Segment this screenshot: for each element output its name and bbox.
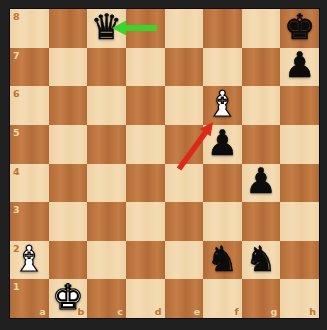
square-g1[interactable]: g xyxy=(242,279,281,318)
square-b2[interactable] xyxy=(49,241,88,280)
black-pawn[interactable]: ♟ xyxy=(284,48,315,83)
square-e7[interactable] xyxy=(165,48,204,87)
square-g7[interactable] xyxy=(242,48,281,87)
square-g2[interactable]: ♞ xyxy=(242,241,281,280)
square-f7[interactable] xyxy=(203,48,242,87)
square-d4[interactable] xyxy=(126,164,165,203)
square-h7[interactable]: ♟ xyxy=(280,48,319,87)
rank-label-8: 8 xyxy=(13,11,20,22)
rank-label-4: 4 xyxy=(13,166,20,177)
rank-label-7: 7 xyxy=(13,50,20,61)
square-e4[interactable] xyxy=(165,164,204,203)
square-e3[interactable] xyxy=(165,202,204,241)
square-a6[interactable]: 6 xyxy=(10,86,49,125)
square-e2[interactable] xyxy=(165,241,204,280)
file-label-h: h xyxy=(309,306,316,317)
square-b1[interactable]: b♚ xyxy=(49,279,88,318)
square-c6[interactable] xyxy=(87,86,126,125)
chess-app: 8♛♚7♟6♝5♟4♟32♝♞♞1ab♚cdefgh xyxy=(0,0,327,330)
square-a1[interactable]: 1a xyxy=(10,279,49,318)
square-h1[interactable]: h xyxy=(280,279,319,318)
square-h6[interactable] xyxy=(280,86,319,125)
square-d6[interactable] xyxy=(126,86,165,125)
square-f4[interactable] xyxy=(203,164,242,203)
square-e1[interactable]: e xyxy=(165,279,204,318)
square-g3[interactable] xyxy=(242,202,281,241)
black-knight[interactable]: ♞ xyxy=(207,242,238,277)
square-h4[interactable] xyxy=(280,164,319,203)
square-b8[interactable] xyxy=(49,9,88,48)
square-f6[interactable]: ♝ xyxy=(203,86,242,125)
white-king[interactable]: ♚ xyxy=(52,280,83,315)
square-c8[interactable]: ♛ xyxy=(87,9,126,48)
rank-label-6: 6 xyxy=(13,88,20,99)
square-f3[interactable] xyxy=(203,202,242,241)
square-g4[interactable]: ♟ xyxy=(242,164,281,203)
square-e5[interactable] xyxy=(165,125,204,164)
square-a5[interactable]: 5 xyxy=(10,125,49,164)
square-c5[interactable] xyxy=(87,125,126,164)
square-a3[interactable]: 3 xyxy=(10,202,49,241)
file-label-c: c xyxy=(117,306,123,317)
file-label-f: f xyxy=(235,306,239,317)
file-label-d: d xyxy=(155,306,162,317)
file-label-e: e xyxy=(194,306,200,317)
square-c2[interactable] xyxy=(87,241,126,280)
square-g5[interactable] xyxy=(242,125,281,164)
square-h2[interactable] xyxy=(280,241,319,280)
white-bishop[interactable]: ♝ xyxy=(207,87,238,122)
square-b4[interactable] xyxy=(49,164,88,203)
square-g8[interactable] xyxy=(242,9,281,48)
file-label-g: g xyxy=(271,306,278,317)
square-b7[interactable] xyxy=(49,48,88,87)
white-bishop[interactable]: ♝ xyxy=(14,242,45,277)
black-knight[interactable]: ♞ xyxy=(245,242,276,277)
rank-label-3: 3 xyxy=(13,204,20,215)
square-a7[interactable]: 7 xyxy=(10,48,49,87)
square-d8[interactable] xyxy=(126,9,165,48)
square-a2[interactable]: 2♝ xyxy=(10,241,49,280)
square-f1[interactable]: f xyxy=(203,279,242,318)
rank-label-1: 1 xyxy=(13,281,20,292)
black-queen[interactable]: ♛ xyxy=(91,10,122,45)
square-g6[interactable] xyxy=(242,86,281,125)
square-d3[interactable] xyxy=(126,202,165,241)
square-b6[interactable] xyxy=(49,86,88,125)
square-h8[interactable]: ♚ xyxy=(280,9,319,48)
square-f8[interactable] xyxy=(203,9,242,48)
rank-label-5: 5 xyxy=(13,127,20,138)
square-c3[interactable] xyxy=(87,202,126,241)
square-h5[interactable] xyxy=(280,125,319,164)
square-c7[interactable] xyxy=(87,48,126,87)
black-king[interactable]: ♚ xyxy=(284,10,315,45)
black-pawn[interactable]: ♟ xyxy=(207,126,238,161)
square-a4[interactable]: 4 xyxy=(10,164,49,203)
square-b3[interactable] xyxy=(49,202,88,241)
square-d5[interactable] xyxy=(126,125,165,164)
chess-board: 8♛♚7♟6♝5♟4♟32♝♞♞1ab♚cdefgh xyxy=(10,9,319,318)
square-h3[interactable] xyxy=(280,202,319,241)
black-pawn[interactable]: ♟ xyxy=(245,164,276,199)
square-e6[interactable] xyxy=(165,86,204,125)
square-c1[interactable]: c xyxy=(87,279,126,318)
square-a8[interactable]: 8 xyxy=(10,9,49,48)
square-e8[interactable] xyxy=(165,9,204,48)
square-d2[interactable] xyxy=(126,241,165,280)
square-d7[interactable] xyxy=(126,48,165,87)
square-d1[interactable]: d xyxy=(126,279,165,318)
square-c4[interactable] xyxy=(87,164,126,203)
square-b5[interactable] xyxy=(49,125,88,164)
square-f5[interactable]: ♟ xyxy=(203,125,242,164)
square-f2[interactable]: ♞ xyxy=(203,241,242,280)
file-label-a: a xyxy=(39,306,45,317)
